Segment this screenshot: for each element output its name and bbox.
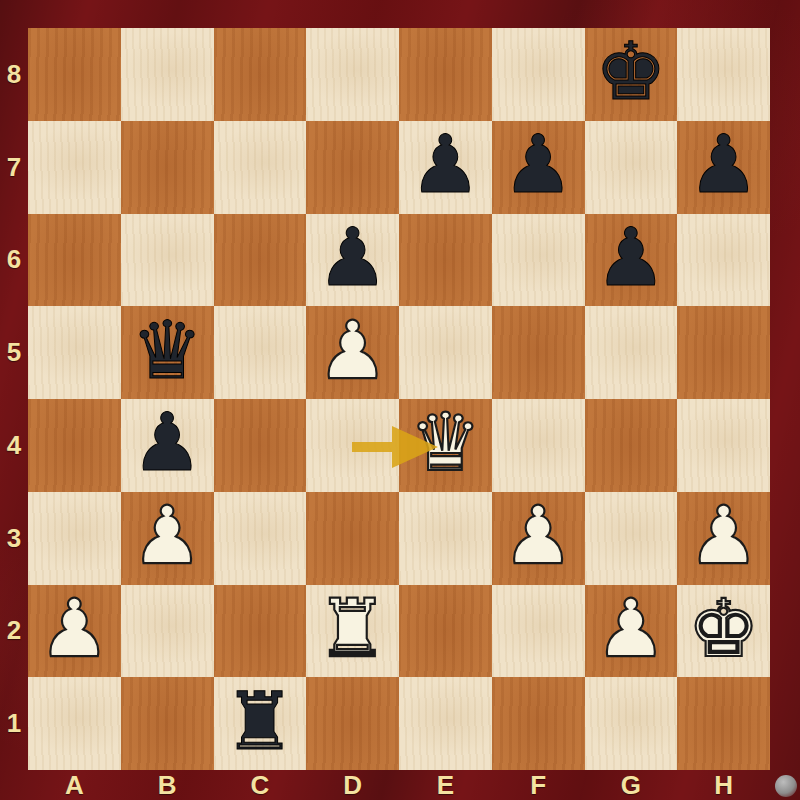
piece-white-pawn[interactable]: ♟ — [688, 496, 760, 576]
square-c3[interactable] — [214, 492, 307, 585]
piece-white-queen[interactable]: ♛ — [410, 403, 482, 483]
rank-label-1: 1 — [0, 677, 28, 770]
piece-white-rook[interactable]: ♜ — [317, 589, 389, 669]
square-c7[interactable] — [214, 121, 307, 214]
piece-black-pawn[interactable]: ♟ — [502, 125, 574, 205]
piece-white-pawn[interactable]: ♟ — [595, 589, 667, 669]
piece-black-king[interactable]: ♚ — [595, 32, 667, 112]
square-a4[interactable] — [28, 399, 121, 492]
rank-label-3: 3 — [0, 492, 28, 585]
piece-black-pawn[interactable]: ♟ — [595, 218, 667, 298]
square-a7[interactable] — [28, 121, 121, 214]
square-e1[interactable] — [399, 677, 492, 770]
square-d4[interactable] — [306, 399, 399, 492]
file-label-e: E — [399, 770, 492, 800]
board: ♚♟♟♟♟♟♛♟♟♛♟♟♟♟♜♟♚♜ — [28, 28, 770, 770]
square-e6[interactable] — [399, 214, 492, 307]
square-c4[interactable] — [214, 399, 307, 492]
square-h7[interactable]: ♟ — [677, 121, 770, 214]
square-a5[interactable] — [28, 306, 121, 399]
file-label-g: G — [585, 770, 678, 800]
square-d1[interactable] — [306, 677, 399, 770]
square-h8[interactable] — [677, 28, 770, 121]
square-g8[interactable]: ♚ — [585, 28, 678, 121]
square-c1[interactable]: ♜ — [214, 677, 307, 770]
piece-black-pawn[interactable]: ♟ — [410, 125, 482, 205]
piece-black-rook[interactable]: ♜ — [224, 682, 296, 762]
rank-label-5: 5 — [0, 306, 28, 399]
square-d5[interactable]: ♟ — [306, 306, 399, 399]
square-f1[interactable] — [492, 677, 585, 770]
square-c6[interactable] — [214, 214, 307, 307]
rank-label-6: 6 — [0, 214, 28, 307]
square-g1[interactable] — [585, 677, 678, 770]
rank-label-8: 8 — [0, 28, 28, 121]
square-h5[interactable] — [677, 306, 770, 399]
piece-white-pawn[interactable]: ♟ — [131, 496, 203, 576]
square-h4[interactable] — [677, 399, 770, 492]
square-g2[interactable]: ♟ — [585, 585, 678, 678]
piece-black-pawn[interactable]: ♟ — [131, 403, 203, 483]
square-f2[interactable] — [492, 585, 585, 678]
square-d7[interactable] — [306, 121, 399, 214]
square-h6[interactable] — [677, 214, 770, 307]
rank-label-2: 2 — [0, 585, 28, 678]
square-b7[interactable] — [121, 121, 214, 214]
piece-black-pawn[interactable]: ♟ — [317, 218, 389, 298]
square-f7[interactable]: ♟ — [492, 121, 585, 214]
square-b3[interactable]: ♟ — [121, 492, 214, 585]
piece-white-king[interactable]: ♚ — [688, 589, 760, 669]
square-b4[interactable]: ♟ — [121, 399, 214, 492]
file-label-d: D — [306, 770, 399, 800]
file-label-c: C — [214, 770, 307, 800]
square-b6[interactable] — [121, 214, 214, 307]
square-h3[interactable]: ♟ — [677, 492, 770, 585]
piece-white-pawn[interactable]: ♟ — [39, 589, 111, 669]
square-h2[interactable]: ♚ — [677, 585, 770, 678]
square-h1[interactable] — [677, 677, 770, 770]
square-a1[interactable] — [28, 677, 121, 770]
square-b5[interactable]: ♛ — [121, 306, 214, 399]
square-a8[interactable] — [28, 28, 121, 121]
gray-corner-dot — [775, 775, 797, 797]
square-f5[interactable] — [492, 306, 585, 399]
square-b2[interactable] — [121, 585, 214, 678]
square-g6[interactable]: ♟ — [585, 214, 678, 307]
file-label-f: F — [492, 770, 585, 800]
piece-white-pawn[interactable]: ♟ — [317, 311, 389, 391]
square-d2[interactable]: ♜ — [306, 585, 399, 678]
square-d6[interactable]: ♟ — [306, 214, 399, 307]
square-f8[interactable] — [492, 28, 585, 121]
square-a6[interactable] — [28, 214, 121, 307]
rank-label-4: 4 — [0, 399, 28, 492]
square-d8[interactable] — [306, 28, 399, 121]
rank-label-7: 7 — [0, 121, 28, 214]
square-c2[interactable] — [214, 585, 307, 678]
piece-black-pawn[interactable]: ♟ — [688, 125, 760, 205]
square-c5[interactable] — [214, 306, 307, 399]
square-g3[interactable] — [585, 492, 678, 585]
file-label-h: H — [677, 770, 770, 800]
square-e3[interactable] — [399, 492, 492, 585]
file-label-a: A — [28, 770, 121, 800]
piece-black-queen[interactable]: ♛ — [131, 311, 203, 391]
square-d3[interactable] — [306, 492, 399, 585]
square-g7[interactable] — [585, 121, 678, 214]
square-c8[interactable] — [214, 28, 307, 121]
square-b1[interactable] — [121, 677, 214, 770]
square-f6[interactable] — [492, 214, 585, 307]
square-g5[interactable] — [585, 306, 678, 399]
square-a2[interactable]: ♟ — [28, 585, 121, 678]
square-f4[interactable] — [492, 399, 585, 492]
square-f3[interactable]: ♟ — [492, 492, 585, 585]
square-b8[interactable] — [121, 28, 214, 121]
square-e5[interactable] — [399, 306, 492, 399]
chessboard-app: ♚♟♟♟♟♟♛♟♟♛♟♟♟♟♜♟♚♜ ABCDEFGH87654321 — [0, 0, 800, 800]
square-g4[interactable] — [585, 399, 678, 492]
square-e2[interactable] — [399, 585, 492, 678]
square-e4[interactable]: ♛ — [399, 399, 492, 492]
piece-white-pawn[interactable]: ♟ — [502, 496, 574, 576]
square-e8[interactable] — [399, 28, 492, 121]
square-e7[interactable]: ♟ — [399, 121, 492, 214]
file-label-b: B — [121, 770, 214, 800]
square-a3[interactable] — [28, 492, 121, 585]
